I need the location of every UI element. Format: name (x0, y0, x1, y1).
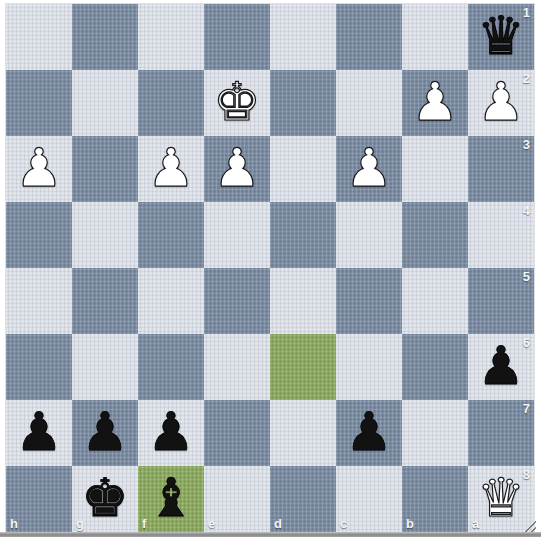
white-pawn[interactable]: ♟ (204, 134, 270, 200)
square-b6[interactable] (402, 334, 468, 400)
white-pawn[interactable]: ♟ (138, 134, 204, 200)
square-d2[interactable] (270, 70, 336, 136)
square-e8[interactable]: e (204, 466, 270, 532)
square-a7[interactable]: 7 (468, 400, 534, 466)
square-e4[interactable] (204, 202, 270, 268)
square-h2[interactable] (6, 70, 72, 136)
rank-label-7: 7 (523, 401, 530, 416)
square-h6[interactable] (6, 334, 72, 400)
black-king[interactable]: ♚ (72, 464, 138, 530)
square-g8[interactable]: ♚g (72, 466, 138, 532)
square-g4[interactable] (72, 202, 138, 268)
white-pawn[interactable]: ♟ (6, 134, 72, 200)
square-g1[interactable] (72, 4, 138, 70)
board-bottom-edge (0, 532, 541, 537)
square-h1[interactable] (6, 4, 72, 70)
black-pawn[interactable]: ♟ (138, 398, 204, 464)
square-f2[interactable] (138, 70, 204, 136)
square-c3[interactable]: ♟ (336, 136, 402, 202)
square-e6[interactable] (204, 334, 270, 400)
square-b4[interactable] (402, 202, 468, 268)
square-f1[interactable] (138, 4, 204, 70)
square-a1[interactable]: ♛1 (468, 4, 534, 70)
square-b1[interactable] (402, 4, 468, 70)
square-e3[interactable]: ♟ (204, 136, 270, 202)
rank-label-5: 5 (523, 269, 530, 284)
square-g6[interactable] (72, 334, 138, 400)
square-h3[interactable]: ♟ (6, 136, 72, 202)
file-label-e: e (208, 516, 215, 531)
square-h5[interactable] (6, 268, 72, 334)
square-f8[interactable]: ♝f (138, 466, 204, 532)
black-pawn[interactable]: ♟ (468, 332, 534, 398)
file-label-b: b (406, 516, 414, 531)
square-f4[interactable] (138, 202, 204, 268)
square-g7[interactable]: ♟ (72, 400, 138, 466)
square-a6[interactable]: ♟6 (468, 334, 534, 400)
square-c7[interactable]: ♟ (336, 400, 402, 466)
square-b7[interactable] (402, 400, 468, 466)
chess-app-window: ♛1♚♟♟2♟♟♟♟345♟6♟♟♟♟7h♚g♝fedcb♛8a (0, 0, 541, 539)
square-c2[interactable] (336, 70, 402, 136)
square-f7[interactable]: ♟ (138, 400, 204, 466)
square-b2[interactable]: ♟ (402, 70, 468, 136)
square-c8[interactable]: c (336, 466, 402, 532)
square-d7[interactable] (270, 400, 336, 466)
square-c4[interactable] (336, 202, 402, 268)
white-king[interactable]: ♚ (204, 68, 270, 134)
square-e1[interactable] (204, 4, 270, 70)
square-h8[interactable]: h (6, 466, 72, 532)
square-d8[interactable]: d (270, 466, 336, 532)
square-b3[interactable] (402, 136, 468, 202)
white-pawn[interactable]: ♟ (336, 134, 402, 200)
square-h7[interactable]: ♟ (6, 400, 72, 466)
rank-label-3: 3 (523, 137, 530, 152)
square-f6[interactable] (138, 334, 204, 400)
square-d5[interactable] (270, 268, 336, 334)
square-g2[interactable] (72, 70, 138, 136)
square-c1[interactable] (336, 4, 402, 70)
square-d3[interactable] (270, 136, 336, 202)
square-a2[interactable]: ♟2 (468, 70, 534, 136)
white-queen[interactable]: ♛ (468, 464, 534, 530)
file-label-c: c (340, 516, 347, 531)
square-a5[interactable]: 5 (468, 268, 534, 334)
black-queen[interactable]: ♛ (468, 2, 534, 68)
square-a8[interactable]: ♛8a (468, 466, 534, 532)
square-b5[interactable] (402, 268, 468, 334)
square-a4[interactable]: 4 (468, 202, 534, 268)
white-pawn[interactable]: ♟ (402, 68, 468, 134)
black-pawn[interactable]: ♟ (6, 398, 72, 464)
file-label-h: h (10, 516, 18, 531)
square-f3[interactable]: ♟ (138, 136, 204, 202)
square-f5[interactable] (138, 268, 204, 334)
square-b8[interactable]: b (402, 466, 468, 532)
square-d6[interactable] (270, 334, 336, 400)
black-bishop[interactable]: ♝ (138, 464, 204, 530)
square-g3[interactable] (72, 136, 138, 202)
square-c5[interactable] (336, 268, 402, 334)
square-d4[interactable] (270, 202, 336, 268)
square-e7[interactable] (204, 400, 270, 466)
rank-label-4: 4 (523, 203, 530, 218)
square-c6[interactable] (336, 334, 402, 400)
square-e5[interactable] (204, 268, 270, 334)
square-e2[interactable]: ♚ (204, 70, 270, 136)
square-h4[interactable] (6, 202, 72, 268)
chess-board: ♛1♚♟♟2♟♟♟♟345♟6♟♟♟♟7h♚g♝fedcb♛8a (6, 4, 534, 532)
white-pawn[interactable]: ♟ (468, 68, 534, 134)
black-pawn[interactable]: ♟ (336, 398, 402, 464)
square-d1[interactable] (270, 4, 336, 70)
square-a3[interactable]: 3 (468, 136, 534, 202)
file-label-d: d (274, 516, 282, 531)
square-g5[interactable] (72, 268, 138, 334)
black-pawn[interactable]: ♟ (72, 398, 138, 464)
